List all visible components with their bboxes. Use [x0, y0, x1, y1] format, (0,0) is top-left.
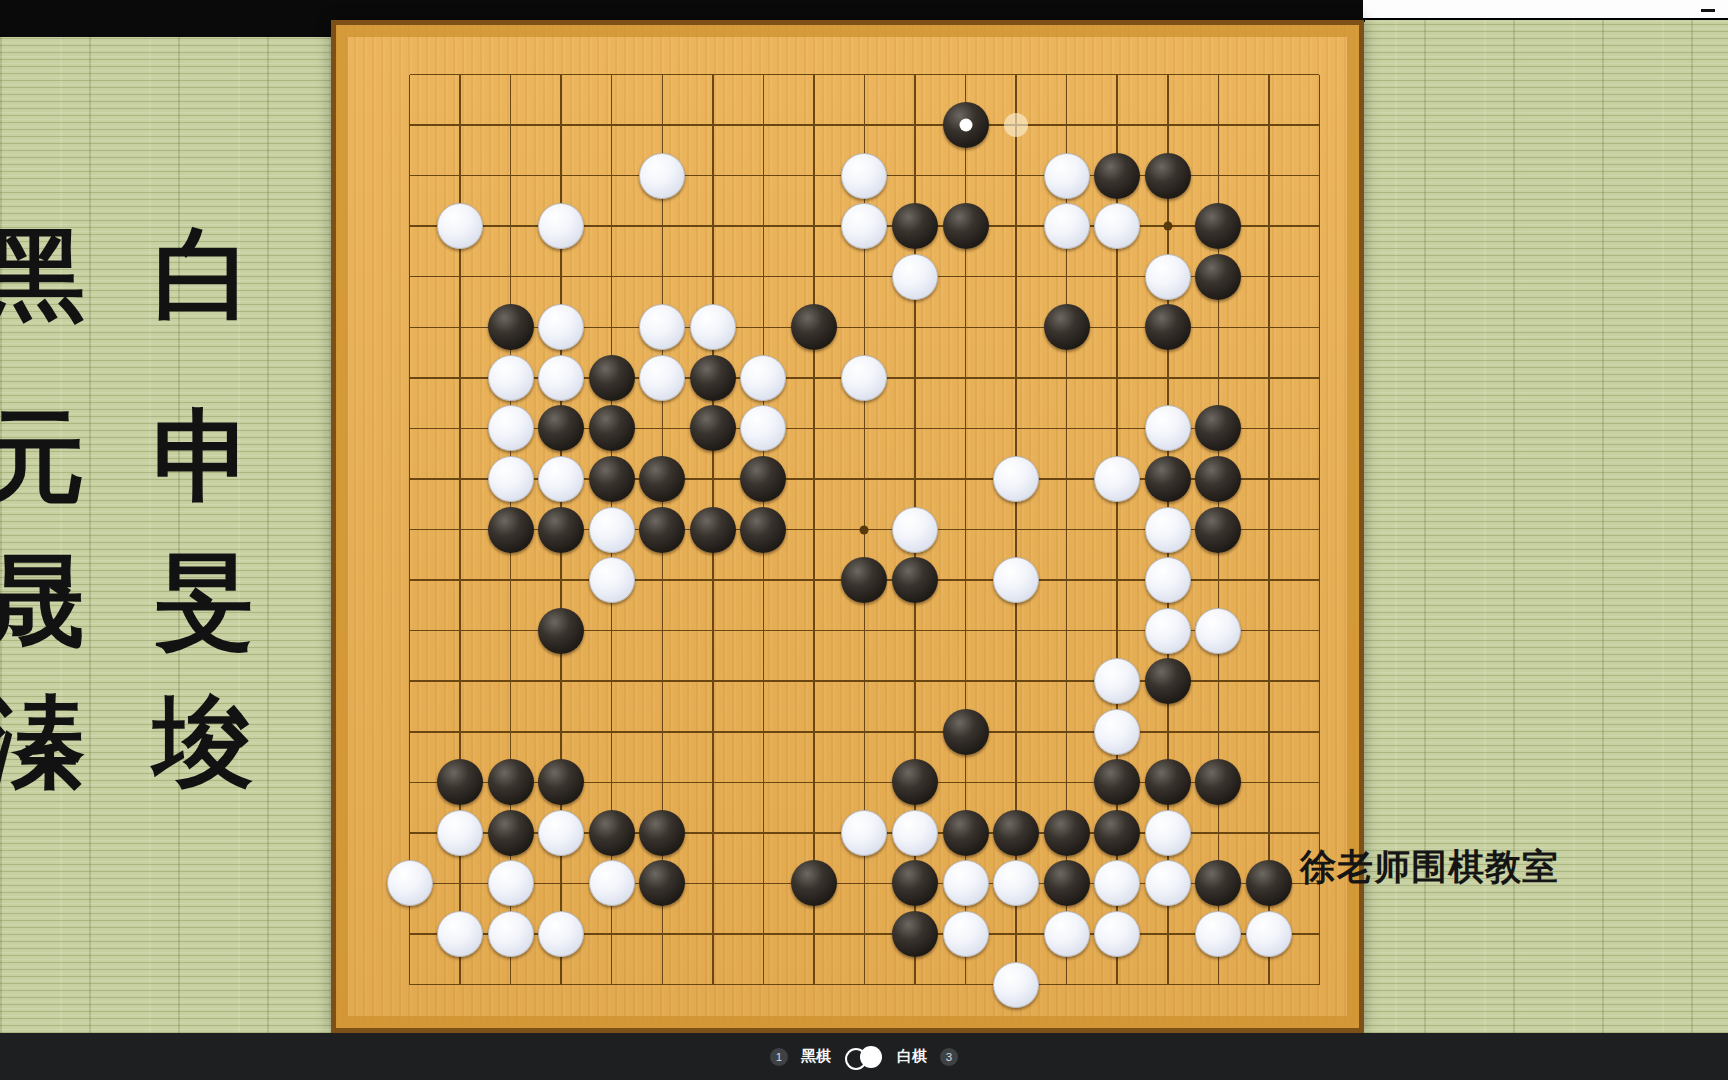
stone-black — [538, 507, 584, 553]
stone-black — [690, 405, 736, 451]
stone-white — [1246, 911, 1292, 957]
stone-black — [690, 507, 736, 553]
stone-white — [943, 860, 989, 906]
stone-black — [943, 810, 989, 856]
stone-white — [488, 860, 534, 906]
stone-white — [1094, 709, 1140, 755]
stone-black — [538, 608, 584, 654]
stone-black — [589, 405, 635, 451]
stone-black — [892, 860, 938, 906]
star-point — [1163, 222, 1172, 231]
stone-black — [892, 759, 938, 805]
stone-white — [740, 405, 786, 451]
stone-black — [488, 759, 534, 805]
stone-black — [488, 304, 534, 350]
grid-line-h — [410, 984, 1320, 986]
black-count-badge: 1 — [770, 1048, 788, 1066]
stone-black — [589, 810, 635, 856]
stone-white — [1044, 153, 1090, 199]
stone-white — [639, 153, 685, 199]
stone-white — [740, 355, 786, 401]
stone-black — [943, 709, 989, 755]
stone-white — [1145, 608, 1191, 654]
star-point — [860, 525, 869, 534]
player-name-char: 元 — [0, 406, 90, 506]
stone-black — [1195, 507, 1241, 553]
stone-white — [892, 810, 938, 856]
stone-black — [538, 759, 584, 805]
stone-black — [1044, 810, 1090, 856]
stone-white — [1195, 911, 1241, 957]
stone-black — [1145, 153, 1191, 199]
player-name-char: 溱 — [0, 692, 90, 792]
stone-white — [538, 304, 584, 350]
stone-white — [488, 355, 534, 401]
black-label: 黑棋 — [801, 1047, 831, 1066]
stone-white — [1145, 254, 1191, 300]
stone-black — [943, 102, 989, 148]
stone-black — [841, 557, 887, 603]
stone-white — [993, 456, 1039, 502]
stone-white — [1145, 405, 1191, 451]
stone-black — [589, 355, 635, 401]
stone-black — [1145, 759, 1191, 805]
stone-black — [1195, 860, 1241, 906]
stone-white — [1094, 860, 1140, 906]
stone-black — [791, 304, 837, 350]
player-name-char: 埈 — [148, 692, 258, 792]
stone-white — [1145, 507, 1191, 553]
stone-black — [1195, 759, 1241, 805]
stone-white — [993, 557, 1039, 603]
stone-black — [488, 507, 534, 553]
stone-black — [690, 355, 736, 401]
stone-black — [1094, 759, 1140, 805]
stone-white — [1044, 203, 1090, 249]
grid-line-v — [1268, 75, 1270, 985]
stone-black — [639, 860, 685, 906]
stone-white — [1094, 203, 1140, 249]
stone-black — [892, 557, 938, 603]
stone-white — [639, 355, 685, 401]
stone-white — [589, 507, 635, 553]
stone-white — [993, 962, 1039, 1008]
stone-white — [841, 810, 887, 856]
stone-black — [639, 456, 685, 502]
stone-white — [892, 254, 938, 300]
stone-black — [488, 810, 534, 856]
stone-black — [1195, 254, 1241, 300]
color-toggle[interactable] — [844, 1045, 884, 1069]
stone-white — [1044, 911, 1090, 957]
stone-black — [1044, 860, 1090, 906]
stone-white — [841, 153, 887, 199]
stone-black — [1145, 658, 1191, 704]
stone-black — [892, 911, 938, 957]
watermark-text: 徐老师围棋教室 — [1300, 843, 1559, 892]
stone-white — [1145, 860, 1191, 906]
screen: 黑元晟溱 白申旻埈 徐老师围棋教室 1 黑棋 白棋 3 — [0, 0, 1728, 1080]
stone-white — [841, 203, 887, 249]
stone-white — [437, 911, 483, 957]
stone-black — [993, 810, 1039, 856]
stone-white — [1094, 658, 1140, 704]
stone-white — [538, 203, 584, 249]
white-count-badge: 3 — [940, 1048, 958, 1066]
stone-black — [589, 456, 635, 502]
stone-black — [639, 507, 685, 553]
stone-white — [437, 810, 483, 856]
stone-black — [437, 759, 483, 805]
stone-black — [1195, 203, 1241, 249]
stone-white — [589, 557, 635, 603]
stone-black — [892, 203, 938, 249]
player-name-char: 黑 — [0, 224, 90, 324]
stone-black — [1094, 810, 1140, 856]
stone-black — [791, 860, 837, 906]
bottom-control-bar: 1 黑棋 白棋 3 — [0, 1033, 1728, 1080]
stone-white — [538, 355, 584, 401]
minimize-icon[interactable] — [1701, 9, 1715, 12]
stone-white — [639, 304, 685, 350]
stone-white — [1145, 810, 1191, 856]
stone-white — [538, 911, 584, 957]
stone-black — [1145, 304, 1191, 350]
stone-white — [387, 860, 433, 906]
stone-white — [1094, 911, 1140, 957]
player-name-char: 白 — [148, 224, 258, 324]
stone-white — [943, 911, 989, 957]
stone-black — [943, 203, 989, 249]
stone-black — [740, 507, 786, 553]
white-label: 白棋 — [897, 1047, 927, 1066]
player-name-char: 晟 — [0, 550, 90, 650]
stone-black — [1145, 456, 1191, 502]
top-black-bar — [0, 0, 1365, 22]
stone-white — [488, 405, 534, 451]
player-name-char: 旻 — [148, 550, 258, 650]
stone-white — [690, 304, 736, 350]
stone-white — [538, 456, 584, 502]
stone-black — [1246, 860, 1292, 906]
stone-black — [1195, 405, 1241, 451]
stone-white — [993, 860, 1039, 906]
stone-black — [538, 405, 584, 451]
stone-white — [841, 355, 887, 401]
stone-white — [1094, 456, 1140, 502]
stone-black — [740, 456, 786, 502]
stone-white — [892, 507, 938, 553]
stone-white — [488, 911, 534, 957]
stone-white — [538, 810, 584, 856]
player-name-char: 申 — [148, 406, 258, 506]
window-titlebar — [1363, 0, 1728, 18]
last-move-marker — [959, 119, 972, 132]
stone-black — [1094, 153, 1140, 199]
stone-white — [437, 203, 483, 249]
grid-line-h — [410, 731, 1320, 733]
toggle-knob[interactable] — [860, 1046, 882, 1068]
stone-white — [1195, 608, 1241, 654]
stone-white — [488, 456, 534, 502]
stone-black — [639, 810, 685, 856]
hint-ghost-circle[interactable] — [1004, 113, 1028, 137]
stone-white — [1145, 557, 1191, 603]
stone-black — [1195, 456, 1241, 502]
stone-black — [1044, 304, 1090, 350]
stone-white — [589, 860, 635, 906]
